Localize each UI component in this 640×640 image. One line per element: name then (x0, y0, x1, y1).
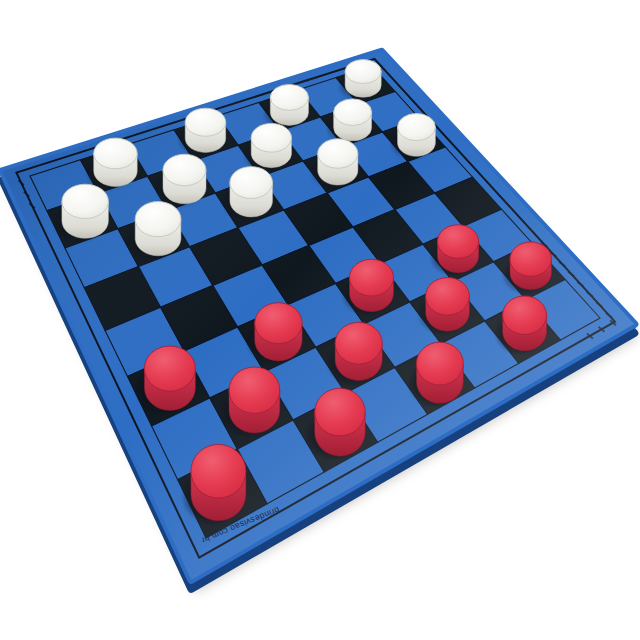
piece-red-d2[interactable] (335, 322, 382, 364)
piece-white-f8[interactable] (270, 84, 308, 110)
piece-white-f6[interactable] (318, 139, 358, 168)
piece-white-a7[interactable] (62, 184, 108, 218)
piece-red-e3[interactable] (349, 259, 393, 296)
piece-white-b6[interactable] (135, 202, 181, 237)
piece-red-b2[interactable] (229, 367, 280, 413)
checkers-board-photo: brindesvisao com.brbrindesvisao com.br (0, 0, 640, 640)
piece-red-h2[interactable] (510, 242, 552, 276)
piece-red-g3[interactable] (437, 225, 478, 259)
piece-white-d8[interactable] (185, 108, 225, 136)
piece-red-a3[interactable] (144, 346, 195, 391)
piece-red-c3[interactable] (255, 303, 302, 344)
piece-red-g1[interactable] (503, 296, 547, 335)
piece-white-e7[interactable] (251, 123, 291, 152)
piece-red-a1[interactable] (191, 444, 246, 498)
board-photo-svg: brindesvisao com.brbrindesvisao com.br (0, 0, 640, 640)
piece-white-d6[interactable] (230, 167, 273, 199)
piece-red-c1[interactable] (315, 388, 365, 436)
piece-white-h8[interactable] (345, 60, 381, 84)
piece-white-g7[interactable] (334, 99, 372, 126)
piece-red-f2[interactable] (426, 278, 470, 316)
piece-white-h6[interactable] (398, 113, 436, 140)
piece-white-b8[interactable] (94, 138, 137, 169)
piece-red-e1[interactable] (416, 342, 463, 385)
piece-white-c7[interactable] (163, 154, 206, 185)
